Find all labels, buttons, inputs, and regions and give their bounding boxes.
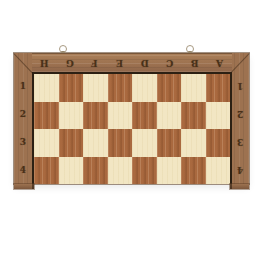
chessboard: H G F E D C B A 1 2 3 4 1 2 3 4	[14, 53, 249, 184]
square-a3[interactable]	[206, 129, 231, 157]
rank-label: 4	[232, 156, 249, 184]
product-photo-stage: H G F E D C B A 1 2 3 4 1 2 3 4	[0, 0, 263, 263]
file-label: F	[82, 53, 107, 72]
square-d2[interactable]	[132, 102, 157, 130]
square-f2[interactable]	[83, 102, 108, 130]
rank-label: 1	[14, 72, 32, 100]
file-label: E	[107, 53, 132, 72]
square-a4[interactable]	[206, 157, 231, 185]
rank-label: 3	[232, 128, 249, 156]
square-c3[interactable]	[157, 129, 182, 157]
mitre-seam-top-right	[230, 53, 249, 73]
rank-labels-left: 1 2 3 4	[14, 72, 32, 184]
rank-label: 3	[14, 128, 32, 156]
file-label: D	[132, 53, 157, 72]
file-label: G	[57, 53, 82, 72]
rank-label: 1	[232, 72, 249, 100]
file-labels-top: H G F E D C B A	[32, 53, 232, 72]
square-c1[interactable]	[157, 74, 182, 102]
square-g2[interactable]	[59, 102, 84, 130]
square-a1[interactable]	[206, 74, 231, 102]
square-f1[interactable]	[83, 74, 108, 102]
square-h2[interactable]	[34, 102, 59, 130]
square-h1[interactable]	[34, 74, 59, 102]
rank-label: 4	[14, 156, 32, 184]
frame-foot-left	[14, 184, 34, 189]
square-e3[interactable]	[108, 129, 133, 157]
file-label: B	[182, 53, 207, 72]
square-b1[interactable]	[181, 74, 206, 102]
square-h4[interactable]	[34, 157, 59, 185]
square-h3[interactable]	[34, 129, 59, 157]
square-e4[interactable]	[108, 157, 133, 185]
square-f3[interactable]	[83, 129, 108, 157]
square-f4[interactable]	[83, 157, 108, 185]
rank-label: 2	[232, 100, 249, 128]
frame-foot-right	[230, 184, 249, 189]
square-e2[interactable]	[108, 102, 133, 130]
square-g3[interactable]	[59, 129, 84, 157]
square-g1[interactable]	[59, 74, 84, 102]
rank-label: 2	[14, 100, 32, 128]
square-b3[interactable]	[181, 129, 206, 157]
square-g4[interactable]	[59, 157, 84, 185]
square-e1[interactable]	[108, 74, 133, 102]
square-b4[interactable]	[181, 157, 206, 185]
square-d1[interactable]	[132, 74, 157, 102]
square-c4[interactable]	[157, 157, 182, 185]
square-b2[interactable]	[181, 102, 206, 130]
square-d3[interactable]	[132, 129, 157, 157]
file-label: A	[207, 53, 232, 72]
square-c2[interactable]	[157, 102, 182, 130]
square-d4[interactable]	[132, 157, 157, 185]
playfield	[32, 72, 232, 184]
mitre-seam-top-left	[13, 53, 32, 73]
file-label: C	[157, 53, 182, 72]
rank-labels-right: 1 2 3 4	[232, 72, 249, 184]
file-label: H	[32, 53, 57, 72]
square-a2[interactable]	[206, 102, 231, 130]
